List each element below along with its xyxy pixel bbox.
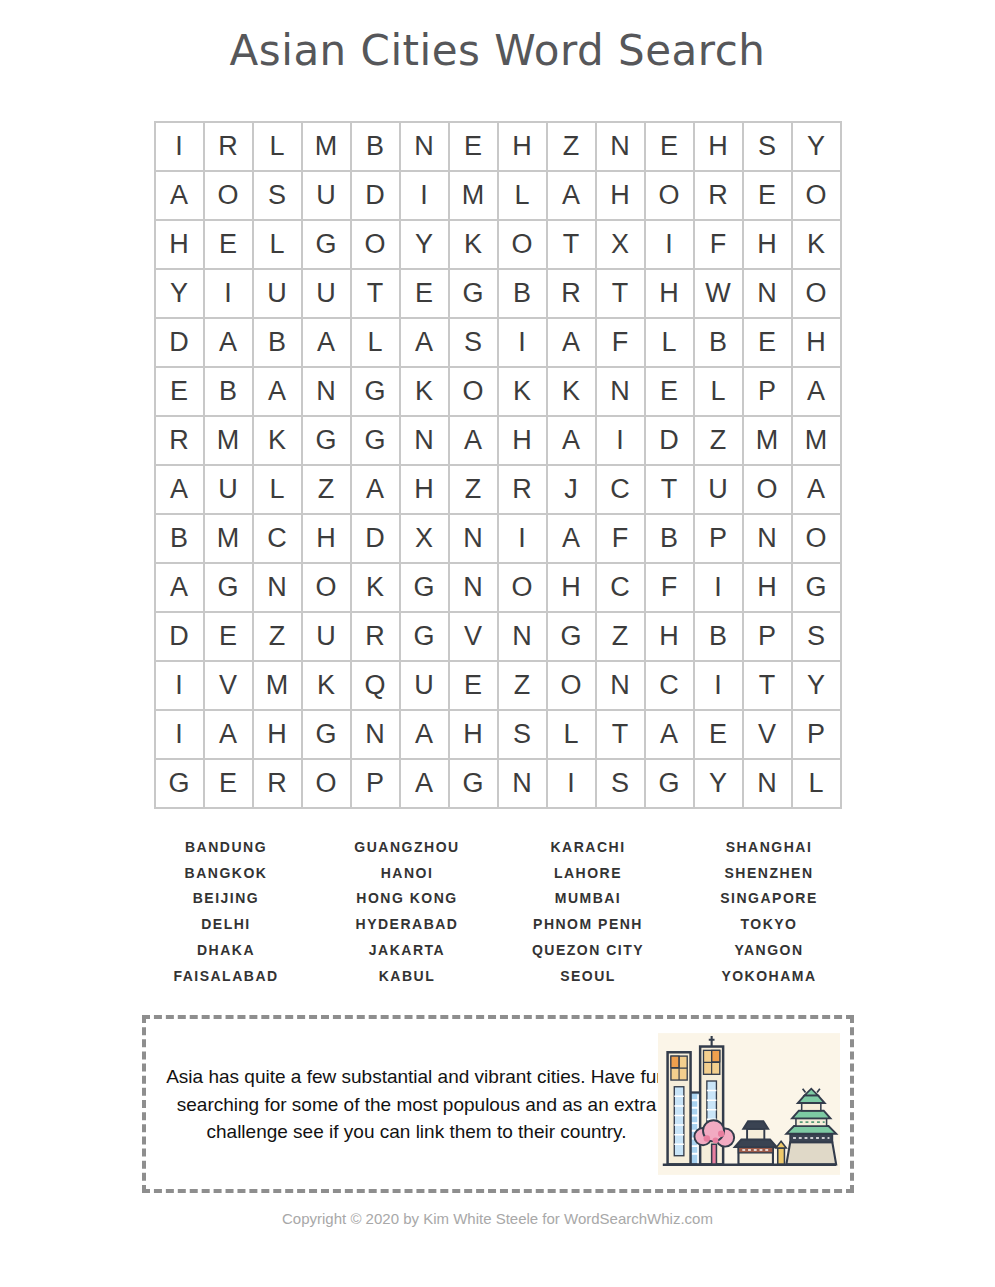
grid-cell-r13c9[interactable]: L bbox=[548, 711, 597, 760]
grid-cell-r1c14[interactable]: Y bbox=[793, 123, 842, 172]
grid-cell-r5c11[interactable]: L bbox=[646, 319, 695, 368]
grid-cell-r3c13[interactable]: H bbox=[744, 221, 793, 270]
grid-cell-r4c1[interactable]: Y bbox=[156, 270, 205, 319]
grid-cell-r1c5[interactable]: B bbox=[352, 123, 401, 172]
grid-cell-r8c11[interactable]: T bbox=[646, 466, 695, 515]
grid-cell-r9c3[interactable]: C bbox=[254, 515, 303, 564]
word-list-item: SHENZHEN bbox=[679, 861, 860, 887]
word-list-item: SINGAPORE bbox=[679, 886, 860, 912]
word-list-item: LAHORE bbox=[498, 861, 679, 887]
grid-cell-r10c10[interactable]: C bbox=[597, 564, 646, 613]
grid-cell-r5c3[interactable]: B bbox=[254, 319, 303, 368]
grid-cell-r5c7[interactable]: S bbox=[450, 319, 499, 368]
grid-cell-r5c4[interactable]: A bbox=[303, 319, 352, 368]
asian-city-skyline-icon bbox=[658, 1032, 840, 1176]
grid-cell-r7c2[interactable]: M bbox=[205, 417, 254, 466]
grid-cell-r10c13[interactable]: H bbox=[744, 564, 793, 613]
grid-cell-r1c3[interactable]: L bbox=[254, 123, 303, 172]
grid-cell-r9c4[interactable]: H bbox=[303, 515, 352, 564]
grid-cell-r5c5[interactable]: L bbox=[352, 319, 401, 368]
grid-cell-r13c7[interactable]: H bbox=[450, 711, 499, 760]
grid-cell-r13c13[interactable]: V bbox=[744, 711, 793, 760]
grid-cell-r5c6[interactable]: A bbox=[401, 319, 450, 368]
grid-cell-r9c14[interactable]: O bbox=[793, 515, 842, 564]
grid-cell-r10c8[interactable]: O bbox=[499, 564, 548, 613]
grid-cell-r6c8[interactable]: K bbox=[499, 368, 548, 417]
word-list-item: BEIJING bbox=[136, 886, 317, 912]
grid-cell-r10c4[interactable]: O bbox=[303, 564, 352, 613]
grid-cell-r6c9[interactable]: K bbox=[548, 368, 597, 417]
grid-cell-r1c12[interactable]: H bbox=[695, 123, 744, 172]
word-column-1: BANDUNGBANGKOKBEIJINGDELHIDHAKAFAISALABA… bbox=[136, 835, 317, 989]
word-list-item: BANDUNG bbox=[136, 835, 317, 861]
grid-cell-r12c1[interactable]: I bbox=[156, 662, 205, 711]
grid-cell-r12c11[interactable]: C bbox=[646, 662, 695, 711]
puzzle-description: Asia has quite a few substantial and vib… bbox=[166, 1063, 668, 1146]
grid-cell-r1c9[interactable]: Z bbox=[548, 123, 597, 172]
grid-cell-r14c13[interactable]: N bbox=[744, 760, 793, 809]
grid-cell-r7c4[interactable]: G bbox=[303, 417, 352, 466]
grid-cell-r10c9[interactable]: H bbox=[548, 564, 597, 613]
grid-cell-r14c6[interactable]: A bbox=[401, 760, 450, 809]
word-list-item: FAISALABAD bbox=[136, 964, 317, 990]
grid-cell-r9c6[interactable]: X bbox=[401, 515, 450, 564]
grid-cell-r14c4[interactable]: O bbox=[303, 760, 352, 809]
word-list-item: DELHI bbox=[136, 912, 317, 938]
grid-cell-r14c10[interactable]: S bbox=[597, 760, 646, 809]
grid-cell-r3c4[interactable]: G bbox=[303, 221, 352, 270]
grid-cell-r8c4[interactable]: Z bbox=[303, 466, 352, 515]
grid-cell-r14c7[interactable]: G bbox=[450, 760, 499, 809]
grid-cell-r14c5[interactable]: P bbox=[352, 760, 401, 809]
grid-cell-r12c9[interactable]: O bbox=[548, 662, 597, 711]
grid-cell-r6c1[interactable]: E bbox=[156, 368, 205, 417]
info-box: Asia has quite a few substantial and vib… bbox=[142, 1015, 854, 1193]
grid-cell-r7c13[interactable]: M bbox=[744, 417, 793, 466]
grid-cell-r14c1[interactable]: G bbox=[156, 760, 205, 809]
word-list: BANDUNGBANGKOKBEIJINGDELHIDHAKAFAISALABA… bbox=[136, 835, 860, 989]
grid-cell-r14c8[interactable]: N bbox=[499, 760, 548, 809]
grid-cell-r13c2[interactable]: A bbox=[205, 711, 254, 760]
word-search-grid: IRLMBNEHZNEHSYAOSUDIMLAHOREOHELGOYKOTXIF… bbox=[154, 121, 842, 809]
word-list-item: HYDERABAD bbox=[317, 912, 498, 938]
grid-cell-r7c9[interactable]: A bbox=[548, 417, 597, 466]
grid-cell-r11c2[interactable]: E bbox=[205, 613, 254, 662]
grid-cell-r8c8[interactable]: R bbox=[499, 466, 548, 515]
word-column-4: SHANGHAISHENZHENSINGAPORETOKYOYANGONYOKO… bbox=[679, 835, 860, 989]
word-list-item: SEOUL bbox=[498, 964, 679, 990]
grid-cell-r2c14[interactable]: O bbox=[793, 172, 842, 221]
grid-cell-r3c11[interactable]: I bbox=[646, 221, 695, 270]
grid-cell-r6c10[interactable]: N bbox=[597, 368, 646, 417]
grid-cell-r10c2[interactable]: G bbox=[205, 564, 254, 613]
grid-cell-r5c10[interactable]: F bbox=[597, 319, 646, 368]
twin-tower-left bbox=[667, 1052, 690, 1164]
grid-cell-r10c11[interactable]: F bbox=[646, 564, 695, 613]
grid-cell-r10c3[interactable]: N bbox=[254, 564, 303, 613]
grid-cell-r3c14[interactable]: K bbox=[793, 221, 842, 270]
grid-cell-r4c8[interactable]: B bbox=[499, 270, 548, 319]
word-list-item: QUEZON CITY bbox=[498, 938, 679, 964]
grid-cell-r11c9[interactable]: G bbox=[548, 613, 597, 662]
grid-cell-r3c5[interactable]: O bbox=[352, 221, 401, 270]
word-list-item: KABUL bbox=[317, 964, 498, 990]
grid-cell-r4c2[interactable]: I bbox=[205, 270, 254, 319]
grid-cell-r1c6[interactable]: N bbox=[401, 123, 450, 172]
grid-cell-r4c4[interactable]: U bbox=[303, 270, 352, 319]
grid-cell-r12c7[interactable]: E bbox=[450, 662, 499, 711]
grid-cell-r12c12[interactable]: I bbox=[695, 662, 744, 711]
grid-cell-r5c1[interactable]: D bbox=[156, 319, 205, 368]
grid-cell-r13c1[interactable]: I bbox=[156, 711, 205, 760]
grid-cell-r14c2[interactable]: E bbox=[205, 760, 254, 809]
grid-cell-r13c5[interactable]: N bbox=[352, 711, 401, 760]
word-list-item: PHNOM PENH bbox=[498, 912, 679, 938]
grid-cell-r6c4[interactable]: N bbox=[303, 368, 352, 417]
grid-cell-r13c6[interactable]: A bbox=[401, 711, 450, 760]
grid-cell-r10c1[interactable]: A bbox=[156, 564, 205, 613]
grid-cell-r9c13[interactable]: N bbox=[744, 515, 793, 564]
grid-cell-r13c12[interactable]: E bbox=[695, 711, 744, 760]
grid-cell-r8c2[interactable]: U bbox=[205, 466, 254, 515]
grid-cell-r2c5[interactable]: D bbox=[352, 172, 401, 221]
grid-cell-r3c2[interactable]: E bbox=[205, 221, 254, 270]
grid-cell-r9c7[interactable]: N bbox=[450, 515, 499, 564]
grid-cell-r5c14[interactable]: H bbox=[793, 319, 842, 368]
grid-cell-r12c3[interactable]: M bbox=[254, 662, 303, 711]
grid-cell-r9c10[interactable]: F bbox=[597, 515, 646, 564]
grid-cell-r10c7[interactable]: N bbox=[450, 564, 499, 613]
grid-cell-r8c9[interactable]: J bbox=[548, 466, 597, 515]
word-list-item: BANGKOK bbox=[136, 861, 317, 887]
grid-cell-r2c12[interactable]: R bbox=[695, 172, 744, 221]
grid-cell-r8c10[interactable]: C bbox=[597, 466, 646, 515]
grid-cell-r2c7[interactable]: M bbox=[450, 172, 499, 221]
grid-cell-r1c2[interactable]: R bbox=[205, 123, 254, 172]
grid-cell-r1c13[interactable]: S bbox=[744, 123, 793, 172]
grid-cell-r7c5[interactable]: G bbox=[352, 417, 401, 466]
grid-cell-r14c14[interactable]: L bbox=[793, 760, 842, 809]
grid-cell-r11c13[interactable]: P bbox=[744, 613, 793, 662]
word-list-item: JAKARTA bbox=[317, 938, 498, 964]
grid-cell-r13c4[interactable]: G bbox=[303, 711, 352, 760]
grid-cell-r5c12[interactable]: B bbox=[695, 319, 744, 368]
grid-cell-r4c13[interactable]: N bbox=[744, 270, 793, 319]
grid-cell-r10c5[interactable]: K bbox=[352, 564, 401, 613]
grid-cell-r13c10[interactable]: T bbox=[597, 711, 646, 760]
grid-cell-r4c10[interactable]: T bbox=[597, 270, 646, 319]
grid-cell-r7c3[interactable]: K bbox=[254, 417, 303, 466]
word-list-item: SHANGHAI bbox=[679, 835, 860, 861]
grid-cell-r6c2[interactable]: B bbox=[205, 368, 254, 417]
grid-cell-r3c6[interactable]: Y bbox=[401, 221, 450, 270]
grid-cell-r8c14[interactable]: A bbox=[793, 466, 842, 515]
grid-cell-r6c13[interactable]: P bbox=[744, 368, 793, 417]
grid-cell-r12c13[interactable]: T bbox=[744, 662, 793, 711]
grid-cell-r9c11[interactable]: B bbox=[646, 515, 695, 564]
grid-cell-r9c2[interactable]: M bbox=[205, 515, 254, 564]
grid-cell-r8c6[interactable]: H bbox=[401, 466, 450, 515]
grid-cell-r2c9[interactable]: A bbox=[548, 172, 597, 221]
grid-cell-r11c4[interactable]: U bbox=[303, 613, 352, 662]
grid-cell-r1c11[interactable]: E bbox=[646, 123, 695, 172]
copyright-text: Copyright © 2020 by Kim White Steele for… bbox=[0, 1210, 995, 1227]
grid-cell-r14c3[interactable]: R bbox=[254, 760, 303, 809]
grid-cell-r9c5[interactable]: D bbox=[352, 515, 401, 564]
word-column-3: KARACHILAHOREMUMBAIPHNOM PENHQUEZON CITY… bbox=[498, 835, 679, 989]
grid-cell-r7c8[interactable]: H bbox=[499, 417, 548, 466]
grid-cell-r9c9[interactable]: A bbox=[548, 515, 597, 564]
grid-cell-r7c1[interactable]: R bbox=[156, 417, 205, 466]
grid-cell-r5c9[interactable]: A bbox=[548, 319, 597, 368]
grid-cell-r1c7[interactable]: E bbox=[450, 123, 499, 172]
grid-cell-r4c3[interactable]: U bbox=[254, 270, 303, 319]
grid-cell-r12c10[interactable]: N bbox=[597, 662, 646, 711]
grid-cell-r3c10[interactable]: X bbox=[597, 221, 646, 270]
grid-cell-r10c6[interactable]: G bbox=[401, 564, 450, 613]
grid-cell-r11c8[interactable]: N bbox=[499, 613, 548, 662]
grid-cell-r4c11[interactable]: H bbox=[646, 270, 695, 319]
word-list-item: HANOI bbox=[317, 861, 498, 887]
grid-cell-r6c11[interactable]: E bbox=[646, 368, 695, 417]
grid-cell-r1c4[interactable]: M bbox=[303, 123, 352, 172]
grid-cell-r13c11[interactable]: A bbox=[646, 711, 695, 760]
grid-cell-r4c6[interactable]: E bbox=[401, 270, 450, 319]
grid-cell-r12c14[interactable]: Y bbox=[793, 662, 842, 711]
grid-cell-r11c7[interactable]: V bbox=[450, 613, 499, 662]
grid-cell-r7c6[interactable]: N bbox=[401, 417, 450, 466]
word-list-item: DHAKA bbox=[136, 938, 317, 964]
grid-cell-r2c11[interactable]: O bbox=[646, 172, 695, 221]
grid-cell-r13c14[interactable]: P bbox=[793, 711, 842, 760]
grid-cell-r11c5[interactable]: R bbox=[352, 613, 401, 662]
grid-cell-r12c5[interactable]: Q bbox=[352, 662, 401, 711]
grid-cell-r1c10[interactable]: N bbox=[597, 123, 646, 172]
grid-cell-r14c12[interactable]: Y bbox=[695, 760, 744, 809]
grid-cell-r7c10[interactable]: I bbox=[597, 417, 646, 466]
grid-cell-r3c3[interactable]: L bbox=[254, 221, 303, 270]
grid-cell-r2c8[interactable]: L bbox=[499, 172, 548, 221]
grid-cell-r8c7[interactable]: Z bbox=[450, 466, 499, 515]
word-list-item: KARACHI bbox=[498, 835, 679, 861]
grid-cell-r14c11[interactable]: G bbox=[646, 760, 695, 809]
grid-cell-r2c4[interactable]: U bbox=[303, 172, 352, 221]
grid-cell-r4c14[interactable]: O bbox=[793, 270, 842, 319]
grid-cell-r14c9[interactable]: I bbox=[548, 760, 597, 809]
grid-cell-r7c11[interactable]: D bbox=[646, 417, 695, 466]
word-column-2: GUANGZHOUHANOIHONG KONGHYDERABADJAKARTAK… bbox=[317, 835, 498, 989]
puzzle-page: Asian Cities Word Search IRLMBNEHZNEHSYA… bbox=[0, 26, 995, 1227]
grid-cell-r2c3[interactable]: S bbox=[254, 172, 303, 221]
grid-cell-r3c8[interactable]: O bbox=[499, 221, 548, 270]
grid-cell-r3c7[interactable]: K bbox=[450, 221, 499, 270]
grid-cell-r6c12[interactable]: L bbox=[695, 368, 744, 417]
grid-cell-r6c14[interactable]: A bbox=[793, 368, 842, 417]
grid-cell-r13c8[interactable]: S bbox=[499, 711, 548, 760]
grid-cell-r10c14[interactable]: G bbox=[793, 564, 842, 613]
grid-cell-r8c13[interactable]: O bbox=[744, 466, 793, 515]
grid-cell-r2c10[interactable]: H bbox=[597, 172, 646, 221]
grid-cell-r11c10[interactable]: Z bbox=[597, 613, 646, 662]
grid-cell-r11c14[interactable]: S bbox=[793, 613, 842, 662]
word-list-item: HONG KONG bbox=[317, 886, 498, 912]
word-list-item: MUMBAI bbox=[498, 886, 679, 912]
grid-cell-r11c1[interactable]: D bbox=[156, 613, 205, 662]
grid-cell-r1c1[interactable]: I bbox=[156, 123, 205, 172]
grid-cell-r5c13[interactable]: E bbox=[744, 319, 793, 368]
grid-cell-r6c7[interactable]: O bbox=[450, 368, 499, 417]
grid-cell-r4c9[interactable]: R bbox=[548, 270, 597, 319]
grid-cell-r8c1[interactable]: A bbox=[156, 466, 205, 515]
grid-cell-r6c3[interactable]: A bbox=[254, 368, 303, 417]
grid-cell-r9c12[interactable]: P bbox=[695, 515, 744, 564]
grid-cell-r10c12[interactable]: I bbox=[695, 564, 744, 613]
grid-cell-r3c12[interactable]: F bbox=[695, 221, 744, 270]
grid-cell-r2c1[interactable]: A bbox=[156, 172, 205, 221]
grid-cell-r6c6[interactable]: K bbox=[401, 368, 450, 417]
grid-cell-r9c8[interactable]: I bbox=[499, 515, 548, 564]
grid-cell-r8c5[interactable]: A bbox=[352, 466, 401, 515]
grid-cell-r3c1[interactable]: H bbox=[156, 221, 205, 270]
grid-cell-r5c8[interactable]: I bbox=[499, 319, 548, 368]
grid-cell-r11c11[interactable]: H bbox=[646, 613, 695, 662]
grid-cell-r12c6[interactable]: U bbox=[401, 662, 450, 711]
grid-cell-r11c12[interactable]: B bbox=[695, 613, 744, 662]
grid-cell-r7c14[interactable]: M bbox=[793, 417, 842, 466]
word-list-item: GUANGZHOU bbox=[317, 835, 498, 861]
grid-cell-r8c12[interactable]: U bbox=[695, 466, 744, 515]
word-list-item: TOKYO bbox=[679, 912, 860, 938]
word-list-item: YANGON bbox=[679, 938, 860, 964]
grid-cell-r4c7[interactable]: G bbox=[450, 270, 499, 319]
grid-cell-r4c12[interactable]: W bbox=[695, 270, 744, 319]
grid-cell-r1c8[interactable]: H bbox=[499, 123, 548, 172]
grid-cell-r6c5[interactable]: G bbox=[352, 368, 401, 417]
grid-cell-r12c2[interactable]: V bbox=[205, 662, 254, 711]
grid-cell-r5c2[interactable]: A bbox=[205, 319, 254, 368]
grid-cell-r9c1[interactable]: B bbox=[156, 515, 205, 564]
grid-cell-r12c8[interactable]: Z bbox=[499, 662, 548, 711]
page-title: Asian Cities Word Search bbox=[0, 26, 995, 75]
grid-cell-r11c6[interactable]: G bbox=[401, 613, 450, 662]
grid-cell-r8c3[interactable]: L bbox=[254, 466, 303, 515]
grid-cell-r7c7[interactable]: A bbox=[450, 417, 499, 466]
grid-cell-r3c9[interactable]: T bbox=[548, 221, 597, 270]
grid-cell-r11c3[interactable]: Z bbox=[254, 613, 303, 662]
grid-cell-r7c12[interactable]: Z bbox=[695, 417, 744, 466]
grid-cell-r13c3[interactable]: H bbox=[254, 711, 303, 760]
grid-cell-r4c5[interactable]: T bbox=[352, 270, 401, 319]
grid-cell-r2c13[interactable]: E bbox=[744, 172, 793, 221]
grid-cell-r2c2[interactable]: O bbox=[205, 172, 254, 221]
word-list-item: YOKOHAMA bbox=[679, 964, 860, 990]
grid-cell-r12c4[interactable]: K bbox=[303, 662, 352, 711]
grid-cell-r2c6[interactable]: I bbox=[401, 172, 450, 221]
